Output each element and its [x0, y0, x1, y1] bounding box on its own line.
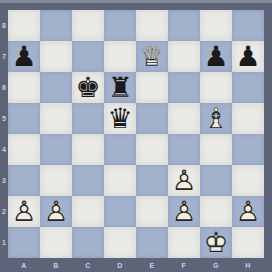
square-c2[interactable] — [72, 196, 104, 227]
square-a5[interactable] — [8, 103, 40, 134]
square-a8[interactable] — [8, 10, 40, 41]
chess-board: ♟♛♕♟♟♚♜♛♝♗♟♙♟♙♟♙♟♙♟♙♚♔ — [8, 10, 264, 258]
piece-white-pawn[interactable]: ♟♙ — [40, 196, 72, 227]
black-piece-glyph: ♜ — [104, 72, 136, 103]
file-label-c: C — [72, 258, 104, 272]
white-piece-outline-layer: ♙ — [168, 196, 200, 227]
square-h6[interactable] — [232, 72, 264, 103]
piece-black-pawn[interactable]: ♟ — [200, 41, 232, 72]
piece-white-pawn[interactable]: ♟♙ — [232, 196, 264, 227]
square-c1[interactable] — [72, 227, 104, 258]
black-piece-glyph: ♛ — [104, 103, 136, 134]
square-f3[interactable]: ♟♙ — [168, 165, 200, 196]
piece-white-queen[interactable]: ♛♕ — [136, 41, 168, 72]
square-a1[interactable] — [8, 227, 40, 258]
white-piece-outline-layer: ♙ — [232, 196, 264, 227]
rank-label-1: 1 — [0, 227, 8, 258]
piece-white-king[interactable]: ♚♔ — [200, 227, 232, 258]
square-e7[interactable]: ♛♕ — [136, 41, 168, 72]
square-e6[interactable] — [136, 72, 168, 103]
rank-label-3: 3 — [0, 165, 8, 196]
black-piece-glyph: ♚ — [72, 72, 104, 103]
square-c6[interactable]: ♚ — [72, 72, 104, 103]
file-label-b: B — [40, 258, 72, 272]
square-f1[interactable] — [168, 227, 200, 258]
piece-black-queen[interactable]: ♛ — [104, 103, 136, 134]
piece-white-pawn[interactable]: ♟♙ — [8, 196, 40, 227]
file-label-a: A — [8, 258, 40, 272]
file-label-e: E — [136, 258, 168, 272]
square-e4[interactable] — [136, 134, 168, 165]
white-piece-outline-layer: ♔ — [200, 227, 232, 258]
file-label-f: F — [168, 258, 200, 272]
square-b4[interactable] — [40, 134, 72, 165]
square-a6[interactable] — [8, 72, 40, 103]
black-piece-glyph: ♟ — [232, 41, 264, 72]
square-b5[interactable] — [40, 103, 72, 134]
square-c4[interactable] — [72, 134, 104, 165]
rank-label-7: 7 — [0, 41, 8, 72]
square-h8[interactable] — [232, 10, 264, 41]
square-f7[interactable] — [168, 41, 200, 72]
square-c5[interactable] — [72, 103, 104, 134]
square-e5[interactable] — [136, 103, 168, 134]
white-piece-outline-layer: ♙ — [40, 196, 72, 227]
square-g8[interactable] — [200, 10, 232, 41]
white-piece-outline-layer: ♗ — [200, 103, 232, 134]
piece-white-pawn[interactable]: ♟♙ — [168, 165, 200, 196]
white-piece-outline-layer: ♕ — [136, 41, 168, 72]
square-b2[interactable]: ♟♙ — [40, 196, 72, 227]
rank-label-4: 4 — [0, 134, 8, 165]
square-b7[interactable] — [40, 41, 72, 72]
piece-black-rook[interactable]: ♜ — [104, 72, 136, 103]
square-c7[interactable] — [72, 41, 104, 72]
square-h5[interactable] — [232, 103, 264, 134]
square-e2[interactable] — [136, 196, 168, 227]
piece-black-king[interactable]: ♚ — [72, 72, 104, 103]
piece-white-bishop[interactable]: ♝♗ — [200, 103, 232, 134]
square-h3[interactable] — [232, 165, 264, 196]
square-f4[interactable] — [168, 134, 200, 165]
square-g3[interactable] — [200, 165, 232, 196]
square-c8[interactable] — [72, 10, 104, 41]
square-b6[interactable] — [40, 72, 72, 103]
square-f8[interactable] — [168, 10, 200, 41]
square-g4[interactable] — [200, 134, 232, 165]
white-piece-outline-layer: ♙ — [168, 165, 200, 196]
square-d7[interactable] — [104, 41, 136, 72]
black-piece-glyph: ♟ — [8, 41, 40, 72]
square-f5[interactable] — [168, 103, 200, 134]
square-d1[interactable] — [104, 227, 136, 258]
square-g6[interactable] — [200, 72, 232, 103]
frame-top-highlight — [0, 0, 272, 3]
square-d8[interactable] — [104, 10, 136, 41]
square-a2[interactable]: ♟♙ — [8, 196, 40, 227]
white-piece-outline-layer: ♙ — [8, 196, 40, 227]
file-label-d: D — [104, 258, 136, 272]
square-d5[interactable]: ♛ — [104, 103, 136, 134]
rank-label-6: 6 — [0, 72, 8, 103]
piece-white-pawn[interactable]: ♟♙ — [168, 196, 200, 227]
square-g1[interactable]: ♚♔ — [200, 227, 232, 258]
square-g7[interactable]: ♟ — [200, 41, 232, 72]
square-h4[interactable] — [232, 134, 264, 165]
black-piece-glyph: ♟ — [200, 41, 232, 72]
square-b3[interactable] — [40, 165, 72, 196]
square-d4[interactable] — [104, 134, 136, 165]
square-c3[interactable] — [72, 165, 104, 196]
rank-label-8: 8 — [0, 10, 8, 41]
rank-label-5: 5 — [0, 103, 8, 134]
file-label-h: H — [232, 258, 264, 272]
square-d2[interactable] — [104, 196, 136, 227]
square-g2[interactable] — [200, 196, 232, 227]
square-g5[interactable]: ♝♗ — [200, 103, 232, 134]
square-d3[interactable] — [104, 165, 136, 196]
square-f6[interactable] — [168, 72, 200, 103]
file-label-g: G — [200, 258, 232, 272]
square-b1[interactable] — [40, 227, 72, 258]
chess-board-frame: ♟♛♕♟♟♚♜♛♝♗♟♙♟♙♟♙♟♙♟♙♚♔ 87654321 ABCDEFGH — [0, 0, 272, 272]
square-e3[interactable] — [136, 165, 168, 196]
square-e8[interactable] — [136, 10, 168, 41]
square-h2[interactable]: ♟♙ — [232, 196, 264, 227]
square-e1[interactable] — [136, 227, 168, 258]
rank-label-2: 2 — [0, 196, 8, 227]
square-b8[interactable] — [40, 10, 72, 41]
square-a4[interactable] — [8, 134, 40, 165]
square-a7[interactable]: ♟ — [8, 41, 40, 72]
square-d6[interactable]: ♜ — [104, 72, 136, 103]
square-a3[interactable] — [8, 165, 40, 196]
square-h7[interactable]: ♟ — [232, 41, 264, 72]
square-h1[interactable] — [232, 227, 264, 258]
piece-black-pawn[interactable]: ♟ — [232, 41, 264, 72]
square-f2[interactable]: ♟♙ — [168, 196, 200, 227]
piece-black-pawn[interactable]: ♟ — [8, 41, 40, 72]
